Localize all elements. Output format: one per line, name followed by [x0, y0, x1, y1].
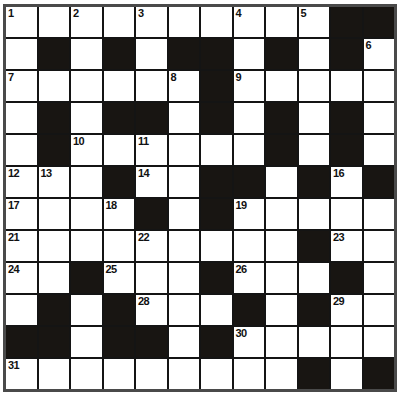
- clue-number-18: 18: [106, 199, 117, 211]
- cell-r11c5[interactable]: [169, 359, 200, 389]
- cell-r8c9[interactable]: [299, 263, 330, 293]
- clue-number-29: 29: [333, 295, 344, 307]
- cell-r7c0[interactable]: 21: [6, 231, 37, 261]
- blocked-cell-r9c9: [299, 295, 330, 325]
- clue-number-22: 22: [138, 231, 149, 243]
- cell-r9c11[interactable]: [364, 295, 395, 325]
- cell-r7c4[interactable]: 22: [136, 231, 167, 261]
- cell-r0c3[interactable]: [104, 7, 135, 37]
- cell-r7c5[interactable]: [169, 231, 200, 261]
- blocked-cell-r5c7: [234, 167, 265, 197]
- cell-r10c7[interactable]: 30: [234, 327, 265, 357]
- cell-r2c4[interactable]: [136, 71, 167, 101]
- cell-r11c0[interactable]: 31: [6, 359, 37, 389]
- cell-r6c10[interactable]: [331, 199, 362, 229]
- blocked-cell-r1c1: [39, 39, 70, 69]
- cell-r5c4[interactable]: 14: [136, 167, 167, 197]
- cell-r9c10[interactable]: 29: [331, 295, 362, 325]
- cell-r2c8[interactable]: [266, 71, 297, 101]
- cell-r0c4[interactable]: 3: [136, 7, 167, 37]
- clue-number-26: 26: [236, 263, 247, 275]
- cell-r0c9[interactable]: 5: [299, 7, 330, 37]
- clue-number-5: 5: [301, 7, 307, 19]
- cell-r2c0[interactable]: 7: [6, 71, 37, 101]
- clue-number-3: 3: [138, 7, 144, 19]
- blocked-cell-r1c8: [266, 39, 297, 69]
- blocked-cell-r10c0: [6, 327, 37, 357]
- cell-r9c0[interactable]: [6, 295, 37, 325]
- clue-number-19: 19: [236, 199, 247, 211]
- cell-r10c11[interactable]: [364, 327, 395, 357]
- clue-number-6: 6: [366, 39, 372, 51]
- cell-r3c2[interactable]: [71, 103, 102, 133]
- blocked-cell-r10c3: [104, 327, 135, 357]
- crossword-screen: 1234567891011121314161718192122232425262…: [0, 0, 400, 397]
- cell-r6c2[interactable]: [71, 199, 102, 229]
- blocked-cell-r7c9: [299, 231, 330, 261]
- cell-r11c7[interactable]: [234, 359, 265, 389]
- clue-number-2: 2: [73, 7, 79, 19]
- blocked-cell-r3c6: [201, 103, 232, 133]
- cell-r2c5[interactable]: 8: [169, 71, 200, 101]
- cell-r2c7[interactable]: 9: [234, 71, 265, 101]
- cell-r10c8[interactable]: [266, 327, 297, 357]
- blocked-cell-r1c6: [201, 39, 232, 69]
- cell-r4c4[interactable]: 11: [136, 135, 167, 165]
- blocked-cell-r3c1: [39, 103, 70, 133]
- cell-r7c6[interactable]: [201, 231, 232, 261]
- cell-r0c0[interactable]: 1: [6, 7, 37, 37]
- blocked-cell-r3c4: [136, 103, 167, 133]
- cell-r4c9[interactable]: [299, 135, 330, 165]
- cell-r6c9[interactable]: [299, 199, 330, 229]
- blocked-cell-r8c6: [201, 263, 232, 293]
- cell-r1c4[interactable]: [136, 39, 167, 69]
- blocked-cell-r8c2: [71, 263, 102, 293]
- cell-r4c11[interactable]: [364, 135, 395, 165]
- cell-r1c11[interactable]: 6: [364, 39, 395, 69]
- blocked-cell-r6c4: [136, 199, 167, 229]
- clue-number-23: 23: [333, 231, 344, 243]
- cell-r10c2[interactable]: [71, 327, 102, 357]
- clue-number-4: 4: [236, 7, 242, 19]
- cell-r11c3[interactable]: [104, 359, 135, 389]
- cell-r9c6[interactable]: [201, 295, 232, 325]
- cell-r2c10[interactable]: [331, 71, 362, 101]
- cell-r6c7[interactable]: 19: [234, 199, 265, 229]
- crossword-grid: 1234567891011121314161718192122232425262…: [3, 4, 397, 392]
- clue-number-30: 30: [236, 327, 247, 339]
- cell-r5c8[interactable]: [266, 167, 297, 197]
- cell-r5c10[interactable]: 16: [331, 167, 362, 197]
- cell-r8c11[interactable]: [364, 263, 395, 293]
- cell-r6c0[interactable]: 17: [6, 199, 37, 229]
- cell-r0c1[interactable]: [39, 7, 70, 37]
- blocked-cell-r4c1: [39, 135, 70, 165]
- clue-number-1: 1: [8, 7, 14, 19]
- cell-r3c9[interactable]: [299, 103, 330, 133]
- cell-r8c1[interactable]: [39, 263, 70, 293]
- cell-r11c4[interactable]: [136, 359, 167, 389]
- cell-r7c10[interactable]: 23: [331, 231, 362, 261]
- blocked-cell-r11c11: [364, 359, 395, 389]
- clue-number-12: 12: [8, 167, 19, 179]
- cell-r0c6[interactable]: [201, 7, 232, 37]
- cell-r9c4[interactable]: 28: [136, 295, 167, 325]
- cell-r7c2[interactable]: [71, 231, 102, 261]
- cell-r1c0[interactable]: [6, 39, 37, 69]
- cell-r11c10[interactable]: [331, 359, 362, 389]
- blocked-cell-r6c6: [201, 199, 232, 229]
- cell-r4c7[interactable]: [234, 135, 265, 165]
- cell-r8c7[interactable]: 26: [234, 263, 265, 293]
- cell-r3c5[interactable]: [169, 103, 200, 133]
- clue-number-21: 21: [8, 231, 19, 243]
- blocked-cell-r1c5: [169, 39, 200, 69]
- clue-number-17: 17: [8, 199, 19, 211]
- clue-number-9: 9: [236, 71, 242, 83]
- cell-r11c2[interactable]: [71, 359, 102, 389]
- cell-r8c3[interactable]: 25: [104, 263, 135, 293]
- cell-r1c7[interactable]: [234, 39, 265, 69]
- blocked-cell-r8c10: [331, 263, 362, 293]
- cell-r10c10[interactable]: [331, 327, 362, 357]
- cell-r1c9[interactable]: [299, 39, 330, 69]
- blocked-cell-r11c9: [299, 359, 330, 389]
- cell-r6c3[interactable]: 18: [104, 199, 135, 229]
- blocked-cell-r9c3: [104, 295, 135, 325]
- cell-r10c5[interactable]: [169, 327, 200, 357]
- cell-r6c11[interactable]: [364, 199, 395, 229]
- cell-r7c1[interactable]: [39, 231, 70, 261]
- clue-number-25: 25: [106, 263, 117, 275]
- blocked-cell-r10c1: [39, 327, 70, 357]
- blocked-cell-r2c6: [201, 71, 232, 101]
- cell-r4c5[interactable]: [169, 135, 200, 165]
- blocked-cell-r5c11: [364, 167, 395, 197]
- cell-r4c3[interactable]: [104, 135, 135, 165]
- cell-r5c0[interactable]: 12: [6, 167, 37, 197]
- blocked-cell-r0c10: [331, 7, 362, 37]
- cell-r0c8[interactable]: [266, 7, 297, 37]
- blocked-cell-r1c10: [331, 39, 362, 69]
- cell-r6c5[interactable]: [169, 199, 200, 229]
- blocked-cell-r5c3: [104, 167, 135, 197]
- cell-r7c7[interactable]: [234, 231, 265, 261]
- cell-r7c8[interactable]: [266, 231, 297, 261]
- cell-r9c2[interactable]: [71, 295, 102, 325]
- blocked-cell-r0c11: [364, 7, 395, 37]
- cell-r11c6[interactable]: [201, 359, 232, 389]
- cell-r4c0[interactable]: [6, 135, 37, 165]
- cell-r5c5[interactable]: [169, 167, 200, 197]
- cell-r2c11[interactable]: [364, 71, 395, 101]
- clue-number-28: 28: [138, 295, 149, 307]
- cell-r8c4[interactable]: [136, 263, 167, 293]
- cell-r11c8[interactable]: [266, 359, 297, 389]
- cell-r7c3[interactable]: [104, 231, 135, 261]
- blocked-cell-r5c9: [299, 167, 330, 197]
- cell-r1c2[interactable]: [71, 39, 102, 69]
- cell-r3c7[interactable]: [234, 103, 265, 133]
- cell-r0c7[interactable]: 4: [234, 7, 265, 37]
- clue-number-16: 16: [333, 167, 344, 179]
- cell-r8c0[interactable]: 24: [6, 263, 37, 293]
- cell-r2c1[interactable]: [39, 71, 70, 101]
- blocked-cell-r9c7: [234, 295, 265, 325]
- clue-number-11: 11: [138, 135, 149, 147]
- cell-r2c2[interactable]: [71, 71, 102, 101]
- cell-r3c0[interactable]: [6, 103, 37, 133]
- cell-r5c2[interactable]: [71, 167, 102, 197]
- cell-r11c1[interactable]: [39, 359, 70, 389]
- blocked-cell-r3c10: [331, 103, 362, 133]
- cell-r7c11[interactable]: [364, 231, 395, 261]
- blocked-cell-r3c8: [266, 103, 297, 133]
- clue-number-10: 10: [73, 135, 84, 147]
- cell-r3c11[interactable]: [364, 103, 395, 133]
- clue-number-31: 31: [8, 359, 19, 371]
- cell-r2c3[interactable]: [104, 71, 135, 101]
- clue-number-8: 8: [171, 71, 177, 83]
- cell-r9c5[interactable]: [169, 295, 200, 325]
- blocked-cell-r4c10: [331, 135, 362, 165]
- clue-number-14: 14: [138, 167, 149, 179]
- cell-r8c5[interactable]: [169, 263, 200, 293]
- cell-r8c8[interactable]: [266, 263, 297, 293]
- cell-r4c2[interactable]: 10: [71, 135, 102, 165]
- cell-r4c6[interactable]: [201, 135, 232, 165]
- blocked-cell-r5c6: [201, 167, 232, 197]
- blocked-cell-r10c4: [136, 327, 167, 357]
- blocked-cell-r1c3: [104, 39, 135, 69]
- clue-number-13: 13: [41, 167, 52, 179]
- cell-r10c9[interactable]: [299, 327, 330, 357]
- blocked-cell-r10c6: [201, 327, 232, 357]
- cell-r2c9[interactable]: [299, 71, 330, 101]
- cell-r0c5[interactable]: [169, 7, 200, 37]
- blocked-cell-r4c8: [266, 135, 297, 165]
- blocked-cell-r9c1: [39, 295, 70, 325]
- blocked-cell-r3c3: [104, 103, 135, 133]
- cell-r9c8[interactable]: [266, 295, 297, 325]
- clue-number-7: 7: [8, 71, 14, 83]
- clue-number-24: 24: [8, 263, 19, 275]
- cell-r6c1[interactable]: [39, 199, 70, 229]
- cell-r6c8[interactable]: [266, 199, 297, 229]
- cell-r5c1[interactable]: 13: [39, 167, 70, 197]
- cell-r0c2[interactable]: 2: [71, 7, 102, 37]
